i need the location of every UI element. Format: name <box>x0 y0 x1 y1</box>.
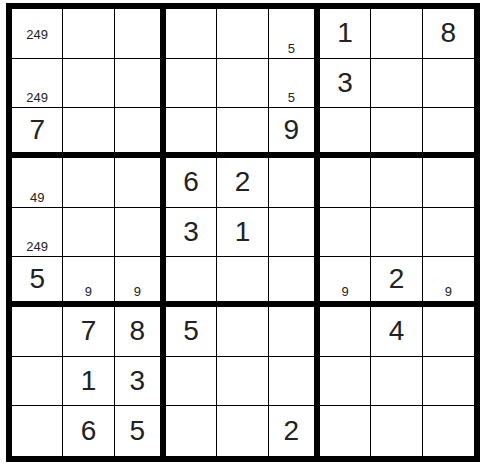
cell-r6c2[interactable]: 9 <box>63 257 114 307</box>
pencil-marks: 249 <box>26 28 48 41</box>
cell-r5c7[interactable] <box>320 208 371 258</box>
cell-value: 6 <box>81 417 97 445</box>
cell-r6c5[interactable] <box>217 257 268 307</box>
cell-r6c1[interactable]: 5 <box>12 257 63 307</box>
cell-r1c1[interactable]: 249 <box>12 9 63 59</box>
cell-r8c8[interactable] <box>371 357 422 407</box>
cell-r4c4[interactable]: 6 <box>166 158 217 208</box>
cell-r8c6[interactable] <box>269 357 320 407</box>
sudoku-board: 2495182495379496224931599929785413652 <box>6 3 480 462</box>
cell-value: 9 <box>284 116 300 144</box>
cell-r8c3[interactable]: 3 <box>115 357 166 407</box>
cell-r5c5[interactable]: 1 <box>217 208 268 258</box>
cell-r6c6[interactable] <box>269 257 320 307</box>
cell-r3c1[interactable]: 7 <box>12 108 63 158</box>
cell-r2c5[interactable] <box>217 59 268 109</box>
pencil-marks: 249 <box>26 240 48 253</box>
cell-r5c1[interactable]: 249 <box>12 208 63 258</box>
cell-r3c9[interactable] <box>423 108 474 158</box>
cell-r9c4[interactable] <box>166 406 217 456</box>
cell-r2c7[interactable]: 3 <box>320 59 371 109</box>
cell-r4c9[interactable] <box>423 158 474 208</box>
cell-value: 1 <box>81 367 97 395</box>
cell-r8c2[interactable]: 1 <box>63 357 114 407</box>
pencil-marks: 249 <box>26 91 48 104</box>
cell-r9c2[interactable]: 6 <box>63 406 114 456</box>
cell-r1c6[interactable]: 5 <box>269 9 320 59</box>
cell-value: 6 <box>183 168 199 196</box>
cell-r8c5[interactable] <box>217 357 268 407</box>
cell-r1c7[interactable]: 1 <box>320 9 371 59</box>
cell-r7c7[interactable] <box>320 307 371 357</box>
cell-r2c2[interactable] <box>63 59 114 109</box>
cell-r9c3[interactable]: 5 <box>115 406 166 456</box>
cell-r5c8[interactable] <box>371 208 422 258</box>
cell-r5c3[interactable] <box>115 208 166 258</box>
cell-r2c8[interactable] <box>371 59 422 109</box>
cell-r1c9[interactable]: 8 <box>423 9 474 59</box>
pencil-marks: 49 <box>30 191 44 204</box>
cell-value: 4 <box>389 317 405 345</box>
cell-value: 5 <box>29 265 45 293</box>
cell-value: 3 <box>337 69 353 97</box>
cell-r7c3[interactable]: 8 <box>115 307 166 357</box>
cell-r9c1[interactable] <box>12 406 63 456</box>
cell-r6c3[interactable]: 9 <box>115 257 166 307</box>
cell-value: 2 <box>284 417 300 445</box>
cell-r3c8[interactable] <box>371 108 422 158</box>
cell-r8c1[interactable] <box>12 357 63 407</box>
cell-value: 7 <box>81 317 97 345</box>
cell-r7c5[interactable] <box>217 307 268 357</box>
cell-r3c7[interactable] <box>320 108 371 158</box>
cell-r7c2[interactable]: 7 <box>63 307 114 357</box>
cell-r7c4[interactable]: 5 <box>166 307 217 357</box>
pencil-marks: 5 <box>288 42 295 55</box>
cell-r3c4[interactable] <box>166 108 217 158</box>
cell-r9c5[interactable] <box>217 406 268 456</box>
cell-r3c5[interactable] <box>217 108 268 158</box>
cell-r2c6[interactable]: 5 <box>269 59 320 109</box>
cell-r7c6[interactable] <box>269 307 320 357</box>
cell-r4c1[interactable]: 49 <box>12 158 63 208</box>
cell-r7c1[interactable] <box>12 307 63 357</box>
cell-r9c6[interactable]: 2 <box>269 406 320 456</box>
cell-r1c8[interactable] <box>371 9 422 59</box>
cell-value: 3 <box>130 367 146 395</box>
pencil-marks: 9 <box>134 285 141 298</box>
cell-r2c9[interactable] <box>423 59 474 109</box>
cell-r4c6[interactable] <box>269 158 320 208</box>
cell-r8c4[interactable] <box>166 357 217 407</box>
cell-r8c9[interactable] <box>423 357 474 407</box>
pencil-marks: 5 <box>288 91 295 104</box>
cell-r9c9[interactable] <box>423 406 474 456</box>
pencil-marks: 9 <box>342 285 349 298</box>
cell-r2c4[interactable] <box>166 59 217 109</box>
cell-r1c3[interactable] <box>115 9 166 59</box>
cell-r4c8[interactable] <box>371 158 422 208</box>
cell-r4c2[interactable] <box>63 158 114 208</box>
cell-value: 2 <box>389 265 405 293</box>
cell-r2c1[interactable]: 249 <box>12 59 63 109</box>
pencil-marks: 9 <box>85 285 92 298</box>
cell-r6c7[interactable]: 9 <box>320 257 371 307</box>
pencil-marks: 9 <box>445 285 452 298</box>
cell-value: 7 <box>29 116 45 144</box>
cell-r3c2[interactable] <box>63 108 114 158</box>
cell-value: 8 <box>130 317 146 345</box>
cell-value: 1 <box>235 218 251 246</box>
cell-r1c2[interactable] <box>63 9 114 59</box>
cell-r3c6[interactable]: 9 <box>269 108 320 158</box>
cell-value: 3 <box>183 218 199 246</box>
cell-r5c2[interactable] <box>63 208 114 258</box>
cell-value: 8 <box>441 19 457 47</box>
cell-value: 2 <box>235 168 251 196</box>
cell-r1c4[interactable] <box>166 9 217 59</box>
cell-r5c9[interactable] <box>423 208 474 258</box>
cell-r9c8[interactable] <box>371 406 422 456</box>
cell-r3c3[interactable] <box>115 108 166 158</box>
cell-value: 1 <box>337 19 353 47</box>
cell-value: 5 <box>130 417 146 445</box>
cell-r1c5[interactable] <box>217 9 268 59</box>
cell-r4c5[interactable]: 2 <box>217 158 268 208</box>
cell-r8c7[interactable] <box>320 357 371 407</box>
cell-r6c4[interactable] <box>166 257 217 307</box>
cell-r5c4[interactable]: 3 <box>166 208 217 258</box>
cell-r9c7[interactable] <box>320 406 371 456</box>
cell-r4c3[interactable] <box>115 158 166 208</box>
cell-r5c6[interactable] <box>269 208 320 258</box>
cell-r6c9[interactable]: 9 <box>423 257 474 307</box>
cell-r7c8[interactable]: 4 <box>371 307 422 357</box>
cell-value: 5 <box>183 317 199 345</box>
cell-r2c3[interactable] <box>115 59 166 109</box>
cell-r6c8[interactable]: 2 <box>371 257 422 307</box>
cell-r4c7[interactable] <box>320 158 371 208</box>
cell-r7c9[interactable] <box>423 307 474 357</box>
page: 2495182495379496224931599929785413652 <box>0 0 487 472</box>
